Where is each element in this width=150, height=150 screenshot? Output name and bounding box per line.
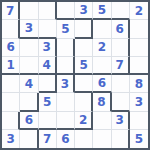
cell-r1c1[interactable]: 7 <box>2 2 20 20</box>
cell-r4c3[interactable]: 4 <box>39 57 57 75</box>
cell-r6c8[interactable]: 3 <box>130 93 148 111</box>
cell-r5c8[interactable]: 8 <box>130 75 148 93</box>
cell-r4c7[interactable]: 7 <box>112 57 130 75</box>
cell-r7c1[interactable] <box>2 112 20 130</box>
cell-r2c8[interactable] <box>130 20 148 38</box>
cell-r6c6[interactable]: 8 <box>93 93 111 111</box>
cell-r1c8[interactable]: 2 <box>130 2 148 20</box>
cell-r2c6[interactable] <box>93 20 111 38</box>
cell-r3c1[interactable]: 6 <box>2 39 20 57</box>
cell-r5c6[interactable]: 6 <box>93 75 111 93</box>
cell-r3c2[interactable] <box>20 39 38 57</box>
cell-r7c4[interactable] <box>57 112 75 130</box>
cell-r8c4[interactable]: 6 <box>57 130 75 148</box>
cell-r5c4[interactable]: 3 <box>57 75 75 93</box>
cell-r5c5[interactable] <box>75 75 93 93</box>
cell-r3c5[interactable] <box>75 39 93 57</box>
cell-r6c3[interactable]: 5 <box>39 93 57 111</box>
cell-r8c2[interactable] <box>20 130 38 148</box>
cell-r7c8[interactable] <box>130 112 148 130</box>
cell-r2c7[interactable]: 6 <box>112 20 130 38</box>
cell-r4c1[interactable]: 1 <box>2 57 20 75</box>
cell-r2c3[interactable] <box>39 20 57 38</box>
sudoku-board: 7352356632145743685836233765 <box>0 0 150 150</box>
cell-r7c3[interactable] <box>39 112 57 130</box>
cell-r7c7[interactable]: 3 <box>112 112 130 130</box>
cell-r5c3[interactable] <box>39 75 57 93</box>
cell-r1c4[interactable] <box>57 2 75 20</box>
cell-r6c4[interactable] <box>57 93 75 111</box>
cell-r1c5[interactable]: 3 <box>75 2 93 20</box>
cell-r5c2[interactable]: 4 <box>20 75 38 93</box>
cell-r8c3[interactable]: 7 <box>39 130 57 148</box>
cell-r8c8[interactable]: 5 <box>130 130 148 148</box>
cell-r8c6[interactable] <box>93 130 111 148</box>
cell-r7c2[interactable]: 6 <box>20 112 38 130</box>
cell-r5c7[interactable] <box>112 75 130 93</box>
cell-r3c7[interactable] <box>112 39 130 57</box>
cell-r2c1[interactable] <box>2 20 20 38</box>
cell-r4c5[interactable]: 5 <box>75 57 93 75</box>
cell-r2c2[interactable]: 3 <box>20 20 38 38</box>
cell-r1c7[interactable] <box>112 2 130 20</box>
cell-r4c6[interactable] <box>93 57 111 75</box>
cell-r8c5[interactable] <box>75 130 93 148</box>
cell-r3c8[interactable] <box>130 39 148 57</box>
cell-r4c8[interactable] <box>130 57 148 75</box>
cell-r8c7[interactable] <box>112 130 130 148</box>
cell-r1c2[interactable] <box>20 2 38 20</box>
cell-r6c2[interactable] <box>20 93 38 111</box>
cell-r3c3[interactable]: 3 <box>39 39 57 57</box>
cell-r6c7[interactable] <box>112 93 130 111</box>
cell-r6c5[interactable] <box>75 93 93 111</box>
cell-r2c5[interactable] <box>75 20 93 38</box>
cell-r3c6[interactable]: 2 <box>93 39 111 57</box>
cell-r7c6[interactable] <box>93 112 111 130</box>
cell-r5c1[interactable] <box>2 75 20 93</box>
cell-r4c4[interactable] <box>57 57 75 75</box>
cell-r3c4[interactable] <box>57 39 75 57</box>
cell-r1c3[interactable] <box>39 2 57 20</box>
cell-r4c2[interactable] <box>20 57 38 75</box>
cell-r7c5[interactable]: 2 <box>75 112 93 130</box>
cell-r1c6[interactable]: 5 <box>93 2 111 20</box>
cell-r2c4[interactable]: 5 <box>57 20 75 38</box>
cell-r6c1[interactable] <box>2 93 20 111</box>
cell-r8c1[interactable]: 3 <box>2 130 20 148</box>
